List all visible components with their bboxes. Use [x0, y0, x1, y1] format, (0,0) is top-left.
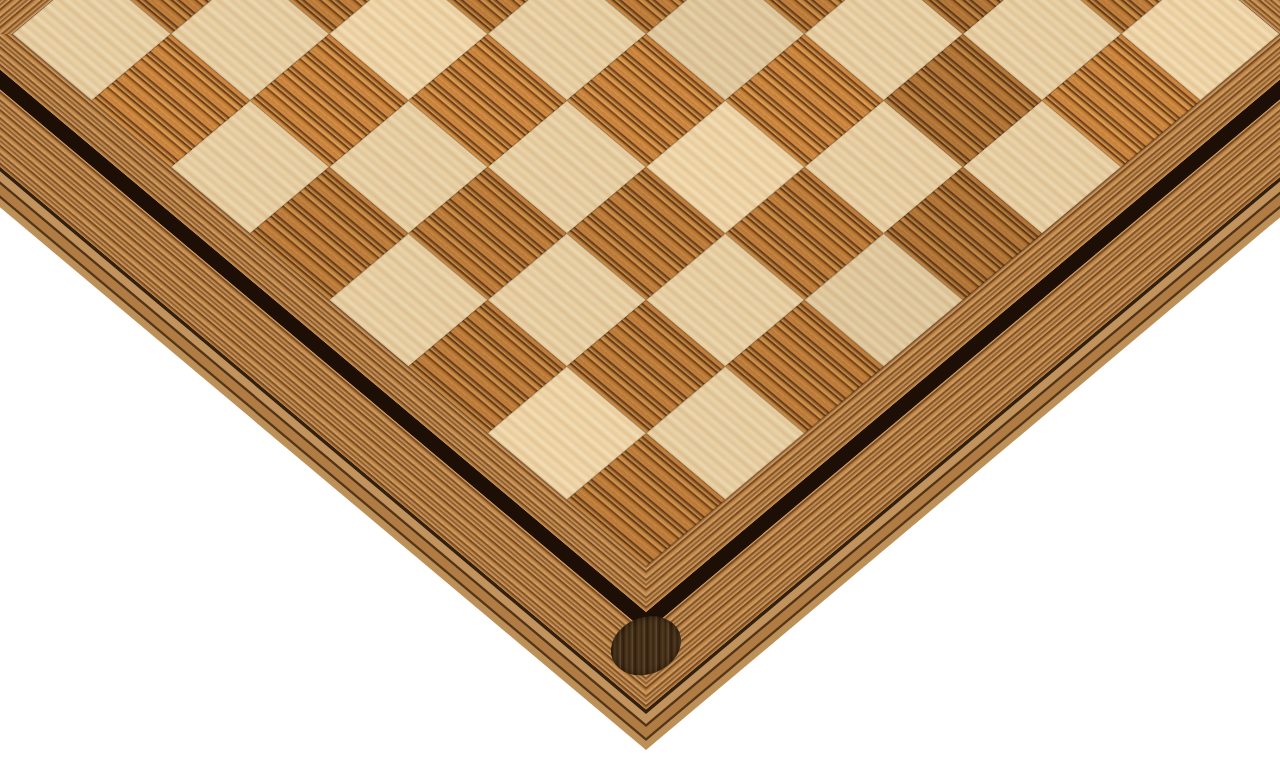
- product-photo-scene: [0, 0, 1280, 777]
